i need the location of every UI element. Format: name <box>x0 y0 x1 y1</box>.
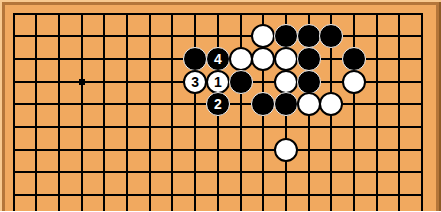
move-number: 4 <box>214 52 222 66</box>
stone-white <box>274 47 298 71</box>
stone-black-move-2: 2 <box>206 92 230 116</box>
stone-white <box>251 24 275 48</box>
stone-black <box>297 47 321 71</box>
move-number: 1 <box>214 75 222 89</box>
grid-line-horizontal <box>13 171 424 173</box>
stone-white <box>342 70 366 94</box>
stone-black <box>342 47 366 71</box>
grid-line-horizontal <box>13 149 424 151</box>
grid-line-vertical <box>35 13 37 212</box>
grid-line-horizontal <box>13 126 424 128</box>
grid-line-horizontal <box>13 194 424 196</box>
stone-black <box>297 24 321 48</box>
grid-line-vertical <box>240 13 242 212</box>
grid-line-horizontal <box>13 13 424 15</box>
move-number: 3 <box>191 75 199 89</box>
grid-line-vertical <box>171 13 173 212</box>
stone-white <box>319 92 343 116</box>
grid-line-vertical <box>353 13 355 212</box>
stone-black <box>274 92 298 116</box>
stone-black-move-4: 4 <box>206 47 230 71</box>
stone-black <box>297 70 321 94</box>
stone-black <box>183 47 207 71</box>
stone-white <box>274 138 298 162</box>
move-number: 2 <box>214 97 222 111</box>
grid-line-vertical <box>149 13 151 212</box>
stone-white-move-3: 3 <box>183 70 207 94</box>
stone-black <box>274 24 298 48</box>
stone-white <box>274 70 298 94</box>
grid-line-vertical <box>58 13 60 212</box>
stone-black <box>319 24 343 48</box>
grid-line-vertical <box>13 13 15 212</box>
go-board: 4312 <box>0 0 441 211</box>
stone-black <box>229 70 253 94</box>
grid-line-vertical <box>126 13 128 212</box>
grid-line-vertical <box>194 13 196 212</box>
grid-line-horizontal <box>13 35 424 37</box>
grid-line-vertical <box>421 13 423 212</box>
stone-white <box>297 92 321 116</box>
grid-line-vertical <box>398 13 400 212</box>
stone-white <box>229 47 253 71</box>
stone-white-move-1: 1 <box>206 70 230 94</box>
grid-line-vertical <box>103 13 105 212</box>
stone-white <box>251 47 275 71</box>
grid-line-vertical <box>376 13 378 212</box>
stone-black <box>251 92 275 116</box>
grid-line-vertical <box>81 13 83 212</box>
star-point <box>79 79 85 85</box>
